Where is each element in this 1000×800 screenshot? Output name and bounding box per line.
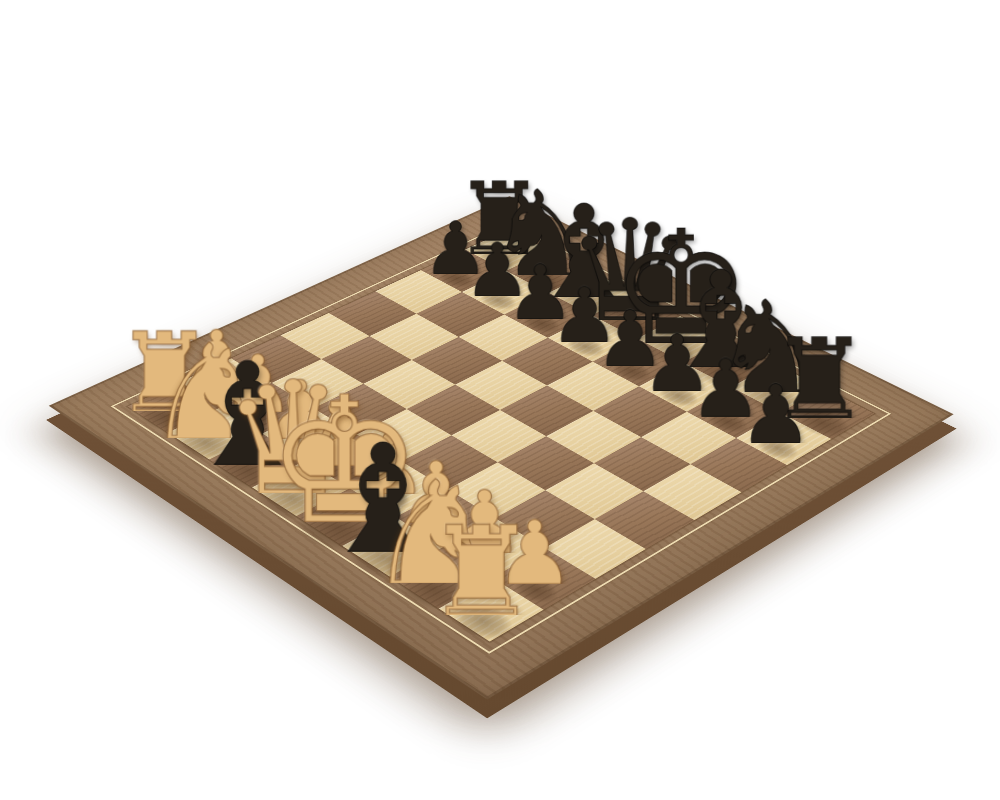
white-rook-icon: ♜ <box>407 509 556 635</box>
black-pawn-icon: ♟ <box>708 375 843 457</box>
perspective-scene: ♜♞♝♛♚♝♞♜♟♟♟♟♟♟♟♟♟♟♟♟♟♟♟♟♜♞♝♛♚♝♞♜ <box>0 0 1000 800</box>
photo-stage: ♜♞♝♛♚♝♞♜♟♟♟♟♟♟♟♟♟♟♟♟♟♟♟♟♜♞♝♛♚♝♞♜ <box>0 0 1000 800</box>
piece-white-rook-h1[interactable]: ♜ <box>407 489 556 615</box>
chess-board: ♜♞♝♛♚♝♞♜♟♟♟♟♟♟♟♟♟♟♟♟♟♟♟♟♜♞♝♛♚♝♞♜ <box>49 196 954 699</box>
piece-black-pawn-h7[interactable]: ♟ <box>708 362 843 444</box>
